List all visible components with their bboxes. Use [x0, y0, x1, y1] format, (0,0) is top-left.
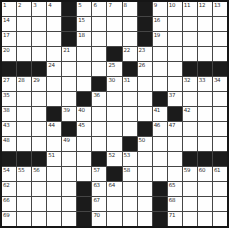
cell-r2c12[interactable]: [168, 17, 182, 31]
cell-r12c1[interactable]: 54: [2, 167, 16, 181]
cell-r10c6[interactable]: [77, 137, 91, 151]
clue-number-24: 24: [48, 62, 54, 69]
cell-r10c5[interactable]: 49: [62, 137, 76, 151]
clue-number-32: 32: [184, 77, 190, 84]
cell-r10c10[interactable]: 50: [138, 137, 152, 151]
cell-r7c10[interactable]: [138, 92, 152, 106]
cell-r11c9[interactable]: 53: [123, 152, 137, 166]
cell-r13c9[interactable]: [123, 182, 137, 196]
clue-number-69: 69: [3, 212, 9, 219]
cell-r1c1[interactable]: 1: [2, 2, 16, 16]
clue-number-25: 25: [108, 62, 114, 69]
black-cell-r5c9: [123, 62, 137, 76]
clue-number-54: 54: [3, 167, 9, 174]
clue-number-59: 59: [184, 167, 190, 174]
cell-r13c14[interactable]: [198, 182, 212, 196]
cell-r7c9[interactable]: [123, 92, 137, 106]
clue-number-48: 48: [3, 137, 9, 144]
cell-r15c3[interactable]: [32, 212, 46, 226]
cell-r13c13[interactable]: [183, 182, 197, 196]
cell-r14c12[interactable]: 68: [168, 197, 182, 211]
cell-r7c12[interactable]: 37: [168, 92, 182, 106]
cell-r1c14[interactable]: 12: [198, 2, 212, 16]
cell-r11c6[interactable]: [77, 152, 91, 166]
cell-r1c6[interactable]: 5: [77, 2, 91, 16]
clue-number-49: 49: [63, 137, 69, 144]
cell-r6c14[interactable]: 33: [198, 77, 212, 91]
clue-number-42: 42: [184, 107, 190, 114]
cell-r14c14[interactable]: [198, 197, 212, 211]
cell-r14c3[interactable]: [32, 197, 46, 211]
cell-r12c4[interactable]: [47, 167, 61, 181]
clue-number-52: 52: [108, 152, 114, 159]
cell-r6c9[interactable]: 31: [123, 77, 137, 91]
cell-r4c2[interactable]: [17, 47, 31, 61]
cell-r6c13[interactable]: 32: [183, 77, 197, 91]
clue-number-23: 23: [139, 47, 145, 54]
black-cell-r1c10: [138, 2, 152, 16]
cell-r6c15[interactable]: 34: [213, 77, 227, 91]
cell-r11c5[interactable]: [62, 152, 76, 166]
clue-number-20: 20: [3, 47, 9, 54]
cell-r3c9[interactable]: [123, 32, 137, 46]
black-cell-r6c7: [92, 77, 106, 91]
cell-r15c14[interactable]: [198, 212, 212, 226]
cell-r10c8[interactable]: [107, 137, 121, 151]
cell-r7c5[interactable]: [62, 92, 76, 106]
black-cell-r5c14: [198, 62, 212, 76]
cell-r8c7[interactable]: [92, 107, 106, 121]
cell-r13c12[interactable]: 65: [168, 182, 182, 196]
cell-r9c1[interactable]: 43: [2, 122, 16, 136]
black-cell-r14c11: [153, 197, 167, 211]
cell-r4c14[interactable]: [198, 47, 212, 61]
cell-r8c15[interactable]: [213, 107, 227, 121]
clue-number-2: 2: [18, 2, 21, 9]
clue-number-58: 58: [124, 167, 130, 174]
clue-number-28: 28: [18, 77, 24, 84]
clue-number-30: 30: [108, 77, 114, 84]
cell-r2c7[interactable]: [92, 17, 106, 31]
cell-r2c15[interactable]: [213, 17, 227, 31]
cell-r7c13[interactable]: [183, 92, 197, 106]
black-cell-r8c4: [47, 107, 61, 121]
cell-r9c12[interactable]: 47: [168, 122, 182, 136]
cell-r8c6[interactable]: 40: [77, 107, 91, 121]
clue-number-47: 47: [169, 122, 175, 129]
clue-number-37: 37: [169, 92, 175, 99]
clue-number-51: 51: [48, 152, 54, 159]
clue-number-7: 7: [108, 2, 111, 9]
cell-r5c8[interactable]: 25: [107, 62, 121, 76]
black-cell-r5c13: [183, 62, 197, 76]
black-cell-r11c15: [213, 152, 227, 166]
cell-r6c3[interactable]: 29: [32, 77, 46, 91]
cell-r8c10[interactable]: [138, 107, 152, 121]
clue-number-12: 12: [199, 2, 205, 9]
cell-r4c5[interactable]: 21: [62, 47, 76, 61]
cell-r15c12[interactable]: 71: [168, 212, 182, 226]
black-cell-r3c5: [62, 32, 76, 46]
clue-number-27: 27: [3, 77, 9, 84]
cell-r3c3[interactable]: [32, 32, 46, 46]
cell-r11c12[interactable]: [168, 152, 182, 166]
cell-r1c4[interactable]: 4: [47, 2, 61, 16]
cell-r1c15[interactable]: 13: [213, 2, 227, 16]
cell-r2c13[interactable]: [183, 17, 197, 31]
cell-r5c12[interactable]: [168, 62, 182, 76]
clue-number-33: 33: [199, 77, 205, 84]
cell-r4c12[interactable]: [168, 47, 182, 61]
cell-r5c6[interactable]: [77, 62, 91, 76]
black-cell-r8c12: [168, 107, 182, 121]
cell-r10c15[interactable]: [213, 137, 227, 151]
cell-r4c13[interactable]: [183, 47, 197, 61]
cell-r7c4[interactable]: [47, 92, 61, 106]
cell-r2c3[interactable]: [32, 17, 46, 31]
clue-number-21: 21: [63, 47, 69, 54]
cell-r10c4[interactable]: [47, 137, 61, 151]
cell-r14c5[interactable]: [62, 197, 76, 211]
cell-r10c3[interactable]: [32, 137, 46, 151]
cell-r6c2[interactable]: 28: [17, 77, 31, 91]
clue-number-13: 13: [214, 2, 220, 9]
clue-number-11: 11: [184, 2, 190, 9]
cell-r8c13[interactable]: 42: [183, 107, 197, 121]
clue-number-35: 35: [3, 92, 9, 99]
black-cell-r13c6: [77, 182, 91, 196]
cell-r6c10[interactable]: [138, 77, 152, 91]
clue-number-55: 55: [18, 167, 24, 174]
clue-number-5: 5: [78, 2, 81, 9]
cell-r13c8[interactable]: 64: [107, 182, 121, 196]
clue-number-15: 15: [78, 17, 84, 24]
cell-r3c4[interactable]: [47, 32, 61, 46]
clue-number-39: 39: [63, 107, 69, 114]
cell-r14c2[interactable]: [17, 197, 31, 211]
cell-r6c12[interactable]: [168, 77, 182, 91]
cell-r13c1[interactable]: 62: [2, 182, 16, 196]
cell-r6c8[interactable]: 30: [107, 77, 121, 91]
clue-number-1: 1: [3, 2, 6, 9]
black-cell-r11c13: [183, 152, 197, 166]
cell-r8c11[interactable]: 41: [153, 107, 167, 121]
cell-r1c13[interactable]: 11: [183, 2, 197, 16]
cell-r4c10[interactable]: 23: [138, 47, 152, 61]
cell-r7c8[interactable]: [107, 92, 121, 106]
cell-r15c9[interactable]: [123, 212, 137, 226]
cell-r8c9[interactable]: [123, 107, 137, 121]
cell-r9c3[interactable]: [32, 122, 46, 136]
cell-r12c13[interactable]: 59: [183, 167, 197, 181]
black-cell-r5c1: [2, 62, 16, 76]
clue-number-63: 63: [93, 182, 99, 189]
cell-r13c5[interactable]: [62, 182, 76, 196]
black-cell-r14c6: [77, 197, 91, 211]
clue-number-22: 22: [124, 47, 130, 54]
clue-number-17: 17: [3, 32, 9, 39]
black-cell-r9c10: [138, 122, 152, 136]
cell-r3c13[interactable]: [183, 32, 197, 46]
cell-r15c13[interactable]: [183, 212, 197, 226]
cell-r5c4[interactable]: 24: [47, 62, 61, 76]
cell-r14c8[interactable]: [107, 197, 121, 211]
cell-r4c11[interactable]: [153, 47, 167, 61]
clue-number-45: 45: [78, 122, 84, 129]
cell-r9c4[interactable]: 44: [47, 122, 61, 136]
cell-r6c4[interactable]: [47, 77, 61, 91]
cell-r3c8[interactable]: [107, 32, 121, 46]
black-cell-r2c10: [138, 17, 152, 31]
cell-r15c4[interactable]: [47, 212, 61, 226]
cell-r4c1[interactable]: 20: [2, 47, 16, 61]
cell-r15c1[interactable]: 69: [2, 212, 16, 226]
clue-number-64: 64: [108, 182, 114, 189]
clue-number-68: 68: [169, 197, 175, 204]
cell-r12c7[interactable]: 57: [92, 167, 106, 181]
cell-r9c9[interactable]: [123, 122, 137, 136]
black-cell-r15c6: [77, 212, 91, 226]
clue-number-61: 61: [214, 167, 220, 174]
black-cell-r2c5: [62, 17, 76, 31]
crossword-grid: 1234567891011121314151617181920212223242…: [0, 0, 229, 228]
clue-number-46: 46: [154, 122, 160, 129]
cell-r4c9[interactable]: 22: [123, 47, 137, 61]
black-cell-r7c11: [153, 92, 167, 106]
cell-r15c7[interactable]: 70: [92, 212, 106, 226]
cell-r13c15[interactable]: [213, 182, 227, 196]
cell-r10c12[interactable]: [168, 137, 182, 151]
cell-r2c9[interactable]: [123, 17, 137, 31]
cell-r2c8[interactable]: [107, 17, 121, 31]
clue-number-41: 41: [154, 107, 160, 114]
clue-number-9: 9: [154, 2, 157, 9]
clue-number-16: 16: [154, 17, 160, 24]
black-cell-r5c15: [213, 62, 227, 76]
cell-r2c11[interactable]: 16: [153, 17, 167, 31]
black-cell-r13c11: [153, 182, 167, 196]
cell-r14c10[interactable]: [138, 197, 152, 211]
cell-r14c4[interactable]: [47, 197, 61, 211]
cell-r10c11[interactable]: [153, 137, 167, 151]
cell-r7c7[interactable]: 36: [92, 92, 106, 106]
cell-r11c11[interactable]: [153, 152, 167, 166]
cell-r14c7[interactable]: 67: [92, 197, 106, 211]
cell-r15c8[interactable]: [107, 212, 121, 226]
clue-number-44: 44: [48, 122, 54, 129]
cell-r11c4[interactable]: 51: [47, 152, 61, 166]
cell-r11c10[interactable]: [138, 152, 152, 166]
cell-r13c10[interactable]: [138, 182, 152, 196]
cell-r3c1[interactable]: 17: [2, 32, 16, 46]
cell-r12c15[interactable]: 61: [213, 167, 227, 181]
cell-r15c2[interactable]: [17, 212, 31, 226]
cell-r8c5[interactable]: 39: [62, 107, 76, 121]
cell-r15c15[interactable]: [213, 212, 227, 226]
clue-number-29: 29: [33, 77, 39, 84]
cell-r10c7[interactable]: [92, 137, 106, 151]
clue-number-26: 26: [139, 62, 145, 69]
cell-r3c14[interactable]: [198, 32, 212, 46]
cell-r8c14[interactable]: [198, 107, 212, 121]
clue-number-31: 31: [124, 77, 130, 84]
clue-number-10: 10: [169, 2, 175, 9]
cell-r3c2[interactable]: [17, 32, 31, 46]
cell-r4c7[interactable]: [92, 47, 106, 61]
clue-number-4: 4: [48, 2, 51, 9]
cell-r12c14[interactable]: 60: [198, 167, 212, 181]
black-cell-r11c3: [32, 152, 46, 166]
cell-r14c13[interactable]: [183, 197, 197, 211]
black-cell-r4c8: [107, 47, 121, 61]
cell-r9c7[interactable]: [92, 122, 106, 136]
clue-number-66: 66: [3, 197, 9, 204]
cell-r13c2[interactable]: [17, 182, 31, 196]
cell-r4c15[interactable]: [213, 47, 227, 61]
black-cell-r9c5: [62, 122, 76, 136]
cell-r2c2[interactable]: [17, 17, 31, 31]
cell-r7c14[interactable]: [198, 92, 212, 106]
cell-r13c3[interactable]: [32, 182, 46, 196]
cell-r14c9[interactable]: [123, 197, 137, 211]
cell-r12c6[interactable]: [77, 167, 91, 181]
clue-number-18: 18: [78, 32, 84, 39]
black-cell-r11c1: [2, 152, 16, 166]
cell-r2c14[interactable]: [198, 17, 212, 31]
cell-r14c15[interactable]: [213, 197, 227, 211]
black-cell-r12c8: [107, 167, 121, 181]
cell-r7c2[interactable]: [17, 92, 31, 106]
cell-r1c8[interactable]: 7: [107, 2, 121, 16]
cell-r9c14[interactable]: [198, 122, 212, 136]
cell-r9c8[interactable]: [107, 122, 121, 136]
cell-r12c12[interactable]: [168, 167, 182, 181]
clue-number-71: 71: [169, 212, 175, 219]
cell-r9c2[interactable]: [17, 122, 31, 136]
clue-number-60: 60: [199, 167, 205, 174]
cell-r8c1[interactable]: 38: [2, 107, 16, 121]
clue-number-40: 40: [78, 107, 84, 114]
cell-r12c9[interactable]: 58: [123, 167, 137, 181]
cell-r1c9[interactable]: 8: [123, 2, 137, 16]
black-cell-r11c7: [92, 152, 106, 166]
black-cell-r7c6: [77, 92, 91, 106]
cell-r4c6[interactable]: [77, 47, 91, 61]
cell-r10c14[interactable]: [198, 137, 212, 151]
cell-r7c15[interactable]: [213, 92, 227, 106]
clue-number-53: 53: [124, 152, 130, 159]
black-cell-r11c14: [198, 152, 212, 166]
cell-r7c3[interactable]: [32, 92, 46, 106]
cell-r13c7[interactable]: 63: [92, 182, 106, 196]
clue-number-19: 19: [154, 32, 160, 39]
cell-r5c10[interactable]: 26: [138, 62, 152, 76]
clue-number-43: 43: [3, 122, 9, 129]
cell-r6c1[interactable]: 27: [2, 77, 16, 91]
cell-r4c4[interactable]: [47, 47, 61, 61]
cell-r9c13[interactable]: [183, 122, 197, 136]
cell-r6c11[interactable]: [153, 77, 167, 91]
cell-r12c11[interactable]: [153, 167, 167, 181]
black-cell-r1c5: [62, 2, 76, 16]
black-cell-r5c3: [32, 62, 46, 76]
black-cell-r3c10: [138, 32, 152, 46]
clue-number-6: 6: [93, 2, 96, 9]
cell-r2c6[interactable]: 15: [77, 17, 91, 31]
cell-r12c3[interactable]: 56: [32, 167, 46, 181]
cell-r5c7[interactable]: [92, 62, 106, 76]
cell-r8c3[interactable]: [32, 107, 46, 121]
cell-r7c1[interactable]: 35: [2, 92, 16, 106]
cell-r3c11[interactable]: 19: [153, 32, 167, 46]
cell-r9c15[interactable]: [213, 122, 227, 136]
clue-number-36: 36: [93, 92, 99, 99]
cell-r8c8[interactable]: [107, 107, 121, 121]
cell-r8c2[interactable]: [17, 107, 31, 121]
clue-number-62: 62: [3, 182, 9, 189]
clue-number-8: 8: [124, 2, 127, 9]
clue-number-50: 50: [139, 137, 145, 144]
cell-r1c2[interactable]: 2: [17, 2, 31, 16]
cell-r10c13[interactable]: [183, 137, 197, 151]
cell-r2c1[interactable]: 14: [2, 17, 16, 31]
cell-r15c5[interactable]: [62, 212, 76, 226]
black-cell-r15c11: [153, 212, 167, 226]
clue-number-14: 14: [3, 17, 9, 24]
clue-number-34: 34: [214, 77, 220, 84]
cell-r2c4[interactable]: [47, 17, 61, 31]
cell-r10c1[interactable]: 48: [2, 137, 16, 151]
cell-r4c3[interactable]: [32, 47, 46, 61]
cell-r1c12[interactable]: 10: [168, 2, 182, 16]
cell-r3c12[interactable]: [168, 32, 182, 46]
cell-r6c6[interactable]: [77, 77, 91, 91]
cell-r11c8[interactable]: 52: [107, 152, 121, 166]
cell-r12c5[interactable]: [62, 167, 76, 181]
cell-r13c4[interactable]: [47, 182, 61, 196]
clue-number-70: 70: [93, 212, 99, 219]
clue-number-67: 67: [93, 197, 99, 204]
cell-r9c6[interactable]: 45: [77, 122, 91, 136]
black-cell-r5c2: [17, 62, 31, 76]
clue-number-57: 57: [93, 167, 99, 174]
cell-r5c11[interactable]: [153, 62, 167, 76]
cell-r5c5[interactable]: [62, 62, 76, 76]
cell-r1c7[interactable]: 6: [92, 2, 106, 16]
clue-number-38: 38: [3, 107, 9, 114]
cell-r10c2[interactable]: [17, 137, 31, 151]
clue-number-56: 56: [33, 167, 39, 174]
cell-r3c7[interactable]: [92, 32, 106, 46]
cell-r1c11[interactable]: 9: [153, 2, 167, 16]
cell-r12c10[interactable]: [138, 167, 152, 181]
black-cell-r11c2: [17, 152, 31, 166]
cell-r3c15[interactable]: [213, 32, 227, 46]
cell-r15c10[interactable]: [138, 212, 152, 226]
clue-number-65: 65: [169, 182, 175, 189]
cell-r14c1[interactable]: 66: [2, 197, 16, 211]
cell-r12c2[interactable]: 55: [17, 167, 31, 181]
cell-r9c11[interactable]: 46: [153, 122, 167, 136]
cell-r6c5[interactable]: [62, 77, 76, 91]
black-cell-r10c9: [123, 137, 137, 151]
cell-r1c3[interactable]: 3: [32, 2, 46, 16]
cell-r3c6[interactable]: 18: [77, 32, 91, 46]
clue-number-3: 3: [33, 2, 36, 9]
